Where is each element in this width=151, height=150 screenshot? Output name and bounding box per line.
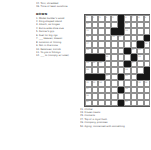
cell-number: 8 (138, 16, 139, 18)
cell-number: 2 (93, 16, 94, 18)
cell-number: 31 (125, 74, 128, 76)
cell-number: 40 (86, 100, 89, 102)
down-header: DOWN (36, 12, 47, 16)
clue-item: 46. Time of least sunshine (36, 5, 77, 8)
cell-number: 37 (86, 87, 89, 89)
cell-number: 38 (125, 87, 128, 89)
grid-cell[interactable] (144, 100, 151, 107)
cell-number: 39 (86, 94, 89, 96)
clue-item: 44. Torn; shredded (36, 2, 77, 5)
cell-number: 3 (99, 16, 100, 18)
cell-number: 41 (125, 100, 128, 102)
cell-number: 30 (106, 74, 109, 76)
cell-number: 19 (86, 48, 89, 50)
cell-number: 10 (86, 22, 89, 24)
cell-number: 32 (86, 81, 89, 83)
cell-number: 6 (125, 16, 126, 18)
cell-number: 11 (125, 22, 128, 24)
cell-number: 14 (86, 35, 89, 37)
cell-number: 21 (138, 48, 141, 50)
down-clue-list: 1. Model builder's wood2. Ring-shaped is… (36, 17, 78, 58)
cell-number: 33 (93, 81, 96, 83)
cell-number: 18 (145, 42, 148, 44)
cell-number: 7 (132, 16, 133, 18)
cell-number: 36 (145, 81, 148, 83)
cell-number: 15 (112, 35, 115, 37)
cell-number: 22 (106, 55, 109, 57)
cell-number: 35 (138, 81, 141, 83)
cell-number: 17 (86, 42, 89, 44)
cell-number: 25 (93, 61, 96, 63)
cell-number: 1 (86, 16, 87, 18)
cell-number: 9 (145, 16, 146, 18)
cell-number: 29 (125, 68, 128, 70)
clue-item: 12. ___ to (comply w/ rules) (36, 54, 78, 57)
cell-number: 24 (86, 61, 89, 63)
cell-number: 20 (132, 48, 135, 50)
crossword-grid: 1234567891011121314151617181920212223242… (84, 14, 150, 107)
cell-number: 34 (99, 81, 102, 83)
cell-number: 5 (112, 16, 113, 18)
crossword-page: 44. Torn; shredded46. Time of least suns… (0, 0, 150, 150)
cell-number: 28 (86, 68, 89, 70)
cell-number: 23 (138, 55, 141, 57)
cell-number: 12 (86, 29, 89, 31)
bottom-clue-list: 41. Chillier43. Frozen treats45. Contact… (80, 108, 129, 129)
cell-number: 4 (106, 16, 107, 18)
cell-number: 26 (99, 61, 102, 63)
across-clues-tail: 44. Torn; shredded46. Time of least suns… (36, 2, 77, 10)
clue-item: 50. Aging; concerned with something (80, 125, 129, 128)
cell-number: 16 (119, 35, 122, 37)
cell-number: 13 (125, 29, 128, 31)
cell-number: 27 (132, 61, 135, 63)
